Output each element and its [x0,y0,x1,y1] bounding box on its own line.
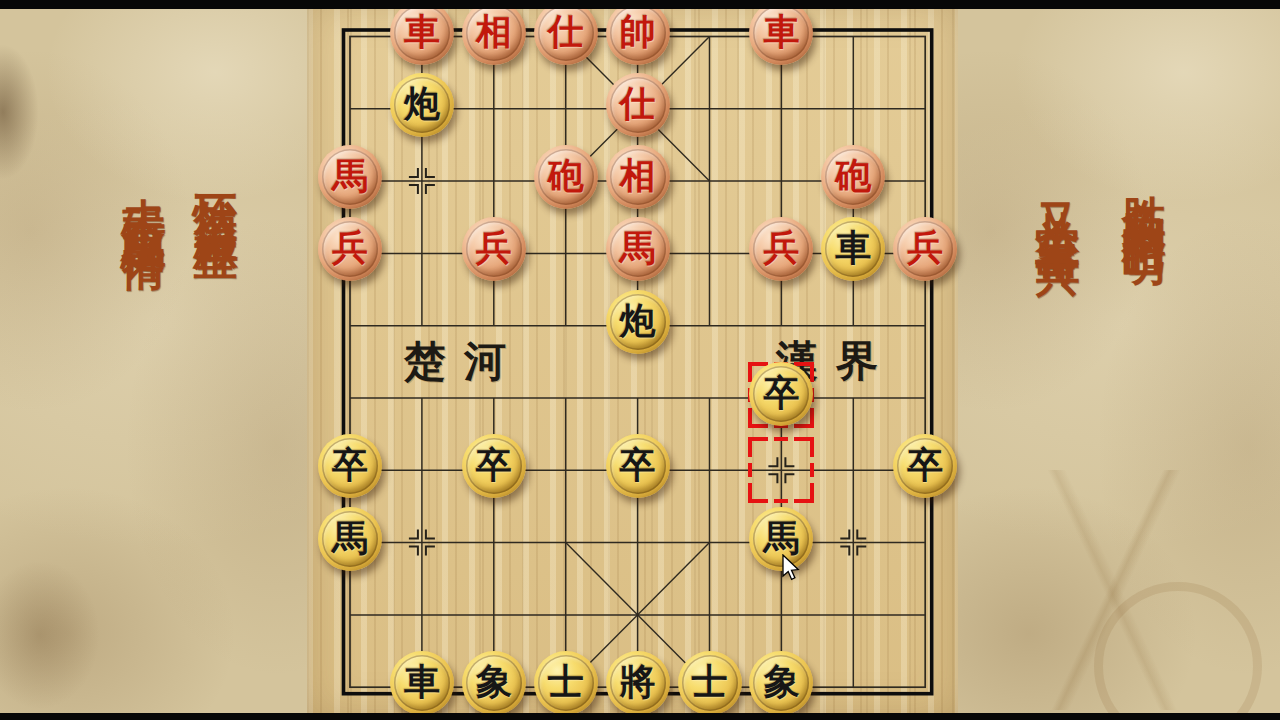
piece-red-帥[interactable]: 帥 [606,1,670,65]
piece-black-馬[interactable]: 馬 [318,507,382,571]
piece-red-車[interactable]: 車 [749,1,813,65]
piece-black-士[interactable]: 士 [534,651,598,715]
piece-red-兵[interactable]: 兵 [749,217,813,281]
piece-glyph: 卒 [332,447,368,483]
piece-red-相[interactable]: 相 [606,145,670,209]
piece-glyph: 車 [404,664,440,700]
piece-glyph: 象 [476,664,512,700]
piece-red-兵[interactable]: 兵 [462,217,526,281]
piece-glyph: 卒 [907,447,943,483]
piece-glyph: 馬 [332,520,368,556]
piece-glyph: 將 [620,664,656,700]
piece-black-炮[interactable]: 炮 [390,73,454,137]
piece-glyph: 兵 [907,230,943,266]
pieces-layer: 車相仕帥車炮仕馬砲相砲兵兵馬兵車兵炮卒卒卒卒卒馬馬車象士將士象 [0,0,1280,720]
piece-glyph: 車 [835,230,871,266]
piece-red-馬[interactable]: 馬 [606,217,670,281]
piece-glyph: 象 [763,664,799,700]
piece-black-卒[interactable]: 卒 [462,434,526,498]
piece-red-仕[interactable]: 仕 [534,1,598,65]
piece-glyph: 馬 [620,230,656,266]
piece-glyph: 兵 [476,230,512,266]
piece-black-卒[interactable]: 卒 [318,434,382,498]
piece-black-將[interactable]: 將 [606,651,670,715]
piece-glyph: 車 [763,14,799,50]
piece-glyph: 兵 [332,230,368,266]
screenshot-root: 怡然一笑楸枰里 未碍东山是钟情 楚河 漢界 車相仕帥車炮仕馬砲相砲兵兵馬兵車兵炮… [0,0,1280,720]
piece-glyph: 士 [548,664,584,700]
piece-glyph: 卒 [476,447,512,483]
piece-glyph: 砲 [548,158,584,194]
piece-black-車[interactable]: 車 [821,217,885,281]
piece-red-車[interactable]: 車 [390,1,454,65]
piece-glyph: 車 [404,14,440,50]
piece-black-卒[interactable]: 卒 [606,434,670,498]
letterbox-bottom [0,713,1280,720]
piece-glyph: 馬 [332,158,368,194]
piece-black-炮[interactable]: 炮 [606,290,670,354]
piece-glyph: 炮 [404,86,440,122]
piece-glyph: 兵 [763,230,799,266]
piece-black-車[interactable]: 車 [390,651,454,715]
piece-red-兵[interactable]: 兵 [893,217,957,281]
piece-red-砲[interactable]: 砲 [534,145,598,209]
piece-black-卒[interactable]: 卒 [893,434,957,498]
piece-glyph: 砲 [835,158,871,194]
piece-black-象[interactable]: 象 [749,651,813,715]
piece-glyph: 仕 [548,14,584,50]
piece-glyph: 仕 [620,86,656,122]
piece-glyph: 卒 [763,375,799,411]
piece-red-兵[interactable]: 兵 [318,217,382,281]
piece-black-士[interactable]: 士 [678,651,742,715]
piece-glyph: 相 [476,14,512,50]
piece-glyph: 卒 [620,447,656,483]
piece-glyph: 帥 [620,14,656,50]
piece-red-相[interactable]: 相 [462,1,526,65]
piece-glyph: 相 [620,158,656,194]
piece-black-象[interactable]: 象 [462,651,526,715]
piece-glyph: 馬 [763,520,799,556]
piece-red-砲[interactable]: 砲 [821,145,885,209]
piece-glyph: 士 [692,664,728,700]
mouse-cursor [782,554,804,584]
letterbox-top [0,0,1280,9]
piece-red-馬[interactable]: 馬 [318,145,382,209]
piece-red-仕[interactable]: 仕 [606,73,670,137]
piece-glyph: 炮 [620,303,656,339]
piece-black-卒[interactable]: 卒 [749,362,813,426]
